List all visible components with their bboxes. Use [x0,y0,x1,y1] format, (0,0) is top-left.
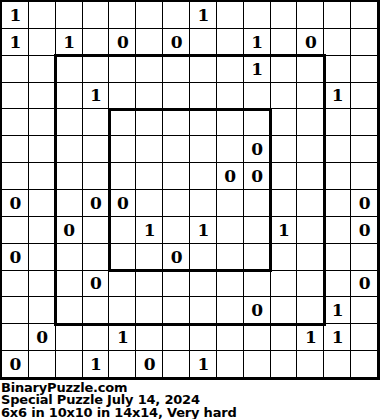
cell[interactable] [297,271,324,298]
cell[interactable]: 0 [2,351,29,378]
cell[interactable] [324,136,351,163]
cell[interactable]: 0 [163,29,190,56]
cell[interactable]: 1 [324,83,351,110]
cell[interactable] [83,2,110,29]
cell[interactable] [244,217,271,244]
cell[interactable] [190,271,217,298]
cell[interactable]: 1 [2,2,29,29]
cell[interactable]: 0 [136,351,163,378]
cell[interactable] [217,56,244,83]
cell[interactable] [271,109,298,136]
cell[interactable] [351,29,378,56]
cell[interactable] [136,136,163,163]
cell[interactable] [136,324,163,351]
cell[interactable] [324,190,351,217]
cell[interactable] [351,244,378,271]
cell[interactable] [56,109,83,136]
cell[interactable] [29,217,56,244]
cell[interactable]: 0 [244,297,271,324]
cell[interactable] [163,324,190,351]
cell[interactable] [56,351,83,378]
cell[interactable] [271,351,298,378]
cell[interactable] [217,190,244,217]
cell[interactable]: 0 [29,324,56,351]
cell[interactable] [351,83,378,110]
binary-puzzle-page: 1111001011100000000111000000101110101 Bi… [0,0,381,419]
cell[interactable] [56,136,83,163]
cell[interactable]: 0 [351,190,378,217]
cell[interactable] [109,244,136,271]
cell[interactable] [190,244,217,271]
cell[interactable]: 0 [297,29,324,56]
cell[interactable] [109,217,136,244]
cell[interactable] [163,271,190,298]
cell[interactable] [271,244,298,271]
cell[interactable] [109,271,136,298]
cell[interactable]: 1 [56,29,83,56]
cell[interactable] [271,29,298,56]
cell[interactable] [217,29,244,56]
cell[interactable] [190,324,217,351]
cell[interactable] [190,56,217,83]
cell[interactable] [217,351,244,378]
cell[interactable] [351,136,378,163]
cell[interactable]: 0 [217,163,244,190]
cell[interactable] [324,351,351,378]
cell[interactable]: 1 [271,217,298,244]
cell[interactable]: 1 [244,56,271,83]
cell[interactable] [136,297,163,324]
cell[interactable] [351,2,378,29]
cell[interactable]: 1 [244,29,271,56]
cell[interactable] [109,136,136,163]
cell[interactable]: 0 [351,217,378,244]
cell[interactable] [324,56,351,83]
cell[interactable] [297,351,324,378]
cell[interactable]: 1 [83,83,110,110]
cell[interactable] [83,29,110,56]
cell[interactable] [324,29,351,56]
cell[interactable]: 0 [244,163,271,190]
cell[interactable] [56,56,83,83]
cell[interactable] [217,324,244,351]
cell[interactable] [297,190,324,217]
cell[interactable] [217,136,244,163]
cell[interactable] [297,297,324,324]
cell[interactable] [56,83,83,110]
cell[interactable] [29,297,56,324]
cell[interactable] [29,2,56,29]
cell[interactable] [56,244,83,271]
cell[interactable] [29,56,56,83]
cell[interactable] [324,244,351,271]
cell[interactable] [163,351,190,378]
cell[interactable] [109,56,136,83]
cell[interactable] [271,56,298,83]
cell[interactable] [163,217,190,244]
cell[interactable] [351,297,378,324]
cell[interactable] [271,136,298,163]
cell[interactable] [324,271,351,298]
cell[interactable] [271,190,298,217]
cell[interactable] [244,351,271,378]
cell[interactable]: 0 [83,190,110,217]
cell[interactable]: 0 [244,136,271,163]
cell[interactable] [324,2,351,29]
cell[interactable] [244,83,271,110]
cell[interactable] [244,2,271,29]
cell[interactable]: 0 [163,244,190,271]
cell[interactable] [136,83,163,110]
cell[interactable] [244,271,271,298]
cell[interactable] [297,136,324,163]
binary-puzzle-board: 1111001011100000000111000000101110101 [0,0,380,380]
cell[interactable] [29,83,56,110]
cell[interactable] [271,163,298,190]
cell[interactable] [163,83,190,110]
cell[interactable]: 0 [83,271,110,298]
cell[interactable]: 1 [83,351,110,378]
cell[interactable] [29,271,56,298]
cell[interactable] [83,56,110,83]
cell[interactable] [351,324,378,351]
cell[interactable] [136,244,163,271]
cell[interactable] [109,297,136,324]
cell[interactable] [83,163,110,190]
cell[interactable] [271,271,298,298]
cell[interactable] [217,271,244,298]
cell[interactable] [83,297,110,324]
puzzle-spec: 6x6 in 10x10 in 14x14, Very hard [1,407,381,419]
cell[interactable]: 1 [324,297,351,324]
cell[interactable] [56,190,83,217]
cell[interactable]: 0 [2,244,29,271]
cell[interactable]: 0 [56,217,83,244]
cell[interactable] [190,109,217,136]
cell[interactable]: 1 [190,217,217,244]
cell[interactable] [351,351,378,378]
cell[interactable] [109,109,136,136]
cell[interactable] [56,271,83,298]
cell[interactable] [136,29,163,56]
cell[interactable] [324,217,351,244]
cell[interactable] [297,163,324,190]
cell[interactable] [351,109,378,136]
cell[interactable] [217,297,244,324]
cell[interactable] [83,217,110,244]
cell[interactable] [163,163,190,190]
cell[interactable] [324,109,351,136]
cell[interactable] [56,324,83,351]
cell[interactable] [136,56,163,83]
cell[interactable] [2,136,29,163]
cell[interactable] [217,244,244,271]
cell[interactable] [136,109,163,136]
cell[interactable] [271,324,298,351]
cell[interactable] [56,2,83,29]
cell[interactable] [190,136,217,163]
cell[interactable] [190,190,217,217]
cell[interactable] [351,56,378,83]
cell[interactable] [109,2,136,29]
cell[interactable] [29,136,56,163]
cell[interactable] [190,83,217,110]
cell[interactable] [56,163,83,190]
cell[interactable] [109,351,136,378]
cell[interactable] [2,56,29,83]
cell[interactable] [217,217,244,244]
cell[interactable] [29,163,56,190]
cell[interactable] [271,2,298,29]
cell[interactable] [2,109,29,136]
cell[interactable] [297,2,324,29]
cell[interactable] [297,244,324,271]
cell[interactable] [136,190,163,217]
cell[interactable] [324,163,351,190]
cell[interactable] [109,163,136,190]
cell[interactable] [2,217,29,244]
cell[interactable] [83,136,110,163]
cell[interactable] [217,83,244,110]
cell[interactable]: 1 [109,324,136,351]
cell[interactable] [244,109,271,136]
cell[interactable] [244,244,271,271]
cell[interactable]: 0 [109,190,136,217]
cell[interactable] [244,324,271,351]
cell[interactable] [29,190,56,217]
cell[interactable] [297,217,324,244]
cell[interactable]: 1 [136,217,163,244]
cell[interactable]: 0 [109,29,136,56]
cell[interactable] [163,297,190,324]
cell[interactable]: 1 [2,29,29,56]
cell[interactable]: 0 [2,190,29,217]
cell[interactable] [190,297,217,324]
cell[interactable] [190,29,217,56]
cell[interactable] [163,56,190,83]
cell[interactable] [2,324,29,351]
cell[interactable] [163,2,190,29]
cell[interactable] [297,83,324,110]
cell[interactable] [56,297,83,324]
cell[interactable] [136,271,163,298]
cell[interactable]: 1 [324,324,351,351]
cell[interactable] [217,109,244,136]
cell[interactable] [163,109,190,136]
cell[interactable] [2,163,29,190]
cell[interactable] [163,190,190,217]
cell[interactable] [297,109,324,136]
cell[interactable]: 0 [351,271,378,298]
cell[interactable] [297,56,324,83]
cell[interactable] [190,163,217,190]
cell[interactable]: 1 [190,2,217,29]
cell[interactable] [2,271,29,298]
cell[interactable] [83,109,110,136]
grid: 1111001011100000000111000000101110101 [2,2,378,378]
caption: BinaryPuzzle.com Special Puzzle July 14,… [0,380,381,419]
cell[interactable] [109,83,136,110]
cell[interactable] [29,29,56,56]
cell[interactable]: 1 [297,324,324,351]
cell[interactable] [163,136,190,163]
cell[interactable] [29,351,56,378]
cell[interactable] [217,2,244,29]
cell[interactable] [136,163,163,190]
cell[interactable] [29,244,56,271]
cell[interactable] [83,244,110,271]
cell[interactable]: 1 [190,351,217,378]
cell[interactable] [271,83,298,110]
cell[interactable] [29,109,56,136]
cell[interactable] [136,2,163,29]
cell[interactable] [351,163,378,190]
cell[interactable] [271,297,298,324]
cell[interactable] [2,83,29,110]
cell[interactable] [83,324,110,351]
cell[interactable] [244,190,271,217]
cell[interactable] [2,297,29,324]
